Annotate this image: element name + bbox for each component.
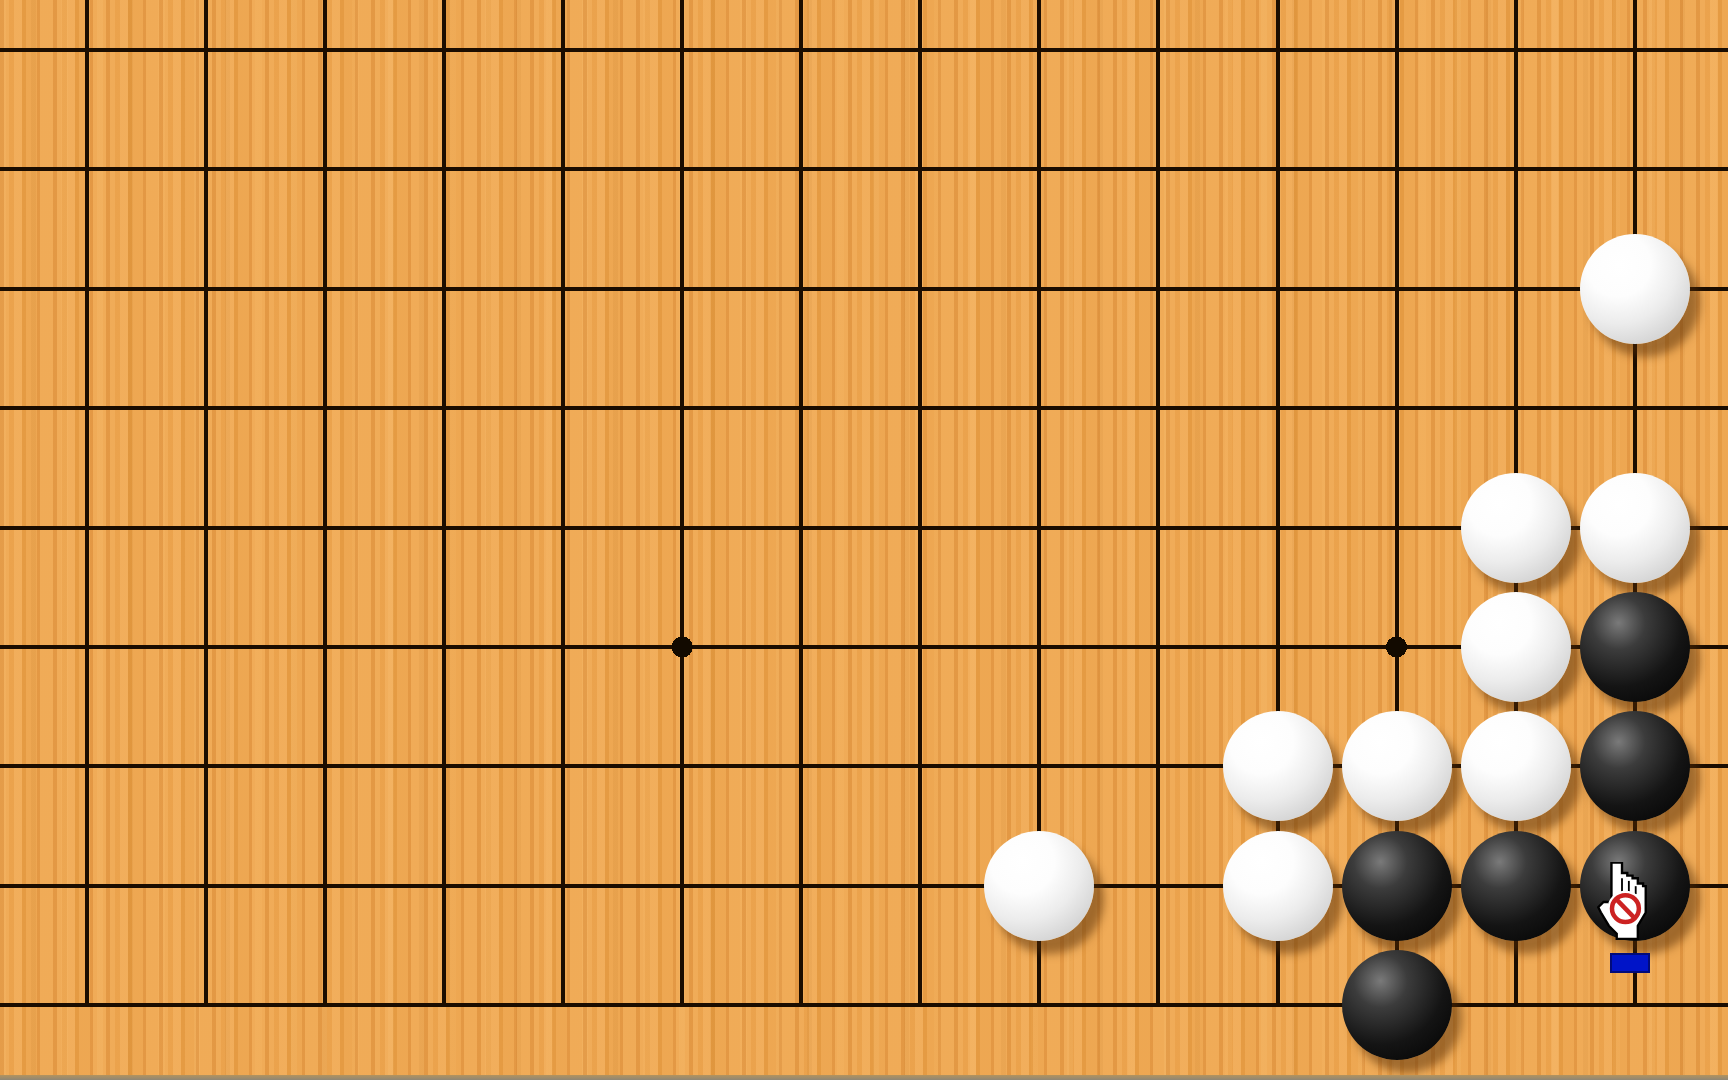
window-bottom-edge	[0, 1075, 1728, 1080]
black-stone[interactable]	[1580, 592, 1690, 702]
go-board-viewport[interactable]	[0, 0, 1728, 1080]
white-stone[interactable]	[1223, 711, 1333, 821]
stones-layer	[0, 0, 1728, 1080]
white-stone[interactable]	[1461, 473, 1571, 583]
white-stone[interactable]	[1223, 831, 1333, 941]
black-stone[interactable]	[1580, 831, 1690, 941]
white-stone[interactable]	[1342, 711, 1452, 821]
white-stone[interactable]	[1580, 473, 1690, 583]
black-stone[interactable]	[1461, 831, 1571, 941]
black-stone[interactable]	[1342, 950, 1452, 1060]
black-stone[interactable]	[1580, 711, 1690, 821]
white-stone[interactable]	[984, 831, 1094, 941]
black-stone[interactable]	[1342, 831, 1452, 941]
white-stone[interactable]	[1461, 711, 1571, 821]
white-stone[interactable]	[1461, 592, 1571, 702]
white-stone[interactable]	[1580, 234, 1690, 344]
